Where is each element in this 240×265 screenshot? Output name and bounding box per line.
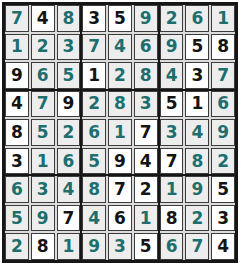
cell-r6c1[interactable]: 3	[5, 148, 29, 175]
cell-r2c6[interactable]: 6	[134, 34, 158, 61]
cell-r2c1[interactable]: 1	[5, 34, 29, 61]
cell-r5c2[interactable]: 5	[31, 119, 55, 146]
cell-r1c7[interactable]: 2	[160, 5, 184, 32]
cell-r6c4[interactable]: 5	[82, 148, 106, 175]
cell-r2c5[interactable]: 4	[108, 34, 132, 61]
cell-r9c1[interactable]: 2	[5, 233, 29, 260]
box-2-2: 195823674	[160, 176, 235, 260]
cell-r9c2[interactable]: 8	[31, 233, 55, 260]
cell-r7c8[interactable]: 9	[185, 176, 209, 203]
cell-r9c3[interactable]: 1	[57, 233, 81, 260]
cell-r9c5[interactable]: 3	[108, 233, 132, 260]
cell-r6c9[interactable]: 2	[211, 148, 235, 175]
cell-r9c6[interactable]: 5	[134, 233, 158, 260]
cell-r6c3[interactable]: 6	[57, 148, 81, 175]
cell-r1c8[interactable]: 6	[185, 5, 209, 32]
cell-r1c1[interactable]: 7	[5, 5, 29, 32]
cell-r4c7[interactable]: 5	[160, 91, 184, 118]
cell-r3c2[interactable]: 6	[31, 62, 55, 89]
cell-r6c8[interactable]: 8	[185, 148, 209, 175]
cell-r8c3[interactable]: 7	[57, 205, 81, 232]
sudoku-board-wrapper: 7481239653597461282619584374798523162836…	[0, 0, 240, 265]
cell-r2c3[interactable]: 3	[57, 34, 81, 61]
cell-r9c4[interactable]: 9	[82, 233, 106, 260]
cell-r4c2[interactable]: 7	[31, 91, 55, 118]
cell-r6c6[interactable]: 4	[134, 148, 158, 175]
cell-r7c5[interactable]: 7	[108, 176, 132, 203]
box-0-1: 359746128	[82, 5, 157, 89]
cell-r3c8[interactable]: 3	[185, 62, 209, 89]
cell-r5c8[interactable]: 4	[185, 119, 209, 146]
cell-r5c4[interactable]: 6	[82, 119, 106, 146]
cell-r2c8[interactable]: 5	[185, 34, 209, 61]
cell-r8c1[interactable]: 5	[5, 205, 29, 232]
cell-r8c2[interactable]: 9	[31, 205, 55, 232]
cell-r6c2[interactable]: 1	[31, 148, 55, 175]
cell-r1c4[interactable]: 3	[82, 5, 106, 32]
cell-r7c1[interactable]: 6	[5, 176, 29, 203]
cell-r4c5[interactable]: 8	[108, 91, 132, 118]
box-0-0: 748123965	[5, 5, 80, 89]
box-1-1: 283617594	[82, 91, 157, 175]
cell-r2c7[interactable]: 9	[160, 34, 184, 61]
cell-r7c6[interactable]: 2	[134, 176, 158, 203]
cell-r7c2[interactable]: 3	[31, 176, 55, 203]
cell-r8c8[interactable]: 2	[185, 205, 209, 232]
cell-r3c1[interactable]: 9	[5, 62, 29, 89]
cell-r7c7[interactable]: 1	[160, 176, 184, 203]
cell-r8c6[interactable]: 1	[134, 205, 158, 232]
cell-r5c5[interactable]: 1	[108, 119, 132, 146]
box-1-0: 479852316	[5, 91, 80, 175]
cell-r5c9[interactable]: 9	[211, 119, 235, 146]
cell-r1c6[interactable]: 9	[134, 5, 158, 32]
cell-r2c9[interactable]: 8	[211, 34, 235, 61]
cell-r8c9[interactable]: 3	[211, 205, 235, 232]
cell-r1c2[interactable]: 4	[31, 5, 55, 32]
cell-r1c3[interactable]: 8	[57, 5, 81, 32]
box-2-0: 634597281	[5, 176, 80, 260]
cell-r4c4[interactable]: 2	[82, 91, 106, 118]
box-2-1: 872461935	[82, 176, 157, 260]
cell-r9c7[interactable]: 6	[160, 233, 184, 260]
cell-r9c8[interactable]: 7	[185, 233, 209, 260]
cell-r3c3[interactable]: 5	[57, 62, 81, 89]
cell-r4c3[interactable]: 9	[57, 91, 81, 118]
cell-r2c4[interactable]: 7	[82, 34, 106, 61]
cell-r4c6[interactable]: 3	[134, 91, 158, 118]
cell-r7c3[interactable]: 4	[57, 176, 81, 203]
cell-r8c5[interactable]: 6	[108, 205, 132, 232]
cell-r3c6[interactable]: 8	[134, 62, 158, 89]
cell-r1c9[interactable]: 1	[211, 5, 235, 32]
cell-r8c7[interactable]: 8	[160, 205, 184, 232]
cell-r5c1[interactable]: 8	[5, 119, 29, 146]
cell-r3c4[interactable]: 1	[82, 62, 106, 89]
sudoku-board: 7481239653597461282619584374798523162836…	[2, 2, 238, 263]
cell-r7c9[interactable]: 5	[211, 176, 235, 203]
box-0-2: 261958437	[160, 5, 235, 89]
cell-r3c9[interactable]: 7	[211, 62, 235, 89]
cell-r9c9[interactable]: 4	[211, 233, 235, 260]
cell-r2c2[interactable]: 2	[31, 34, 55, 61]
cell-r5c6[interactable]: 7	[134, 119, 158, 146]
cell-r6c5[interactable]: 9	[108, 148, 132, 175]
cell-r5c7[interactable]: 3	[160, 119, 184, 146]
cell-r4c1[interactable]: 4	[5, 91, 29, 118]
cell-r8c4[interactable]: 4	[82, 205, 106, 232]
box-1-2: 516349782	[160, 91, 235, 175]
cell-r6c7[interactable]: 7	[160, 148, 184, 175]
cell-r3c5[interactable]: 2	[108, 62, 132, 89]
cell-r4c9[interactable]: 6	[211, 91, 235, 118]
cell-r4c8[interactable]: 1	[185, 91, 209, 118]
cell-r3c7[interactable]: 4	[160, 62, 184, 89]
cell-r7c4[interactable]: 8	[82, 176, 106, 203]
cell-r1c5[interactable]: 5	[108, 5, 132, 32]
cell-r5c3[interactable]: 2	[57, 119, 81, 146]
